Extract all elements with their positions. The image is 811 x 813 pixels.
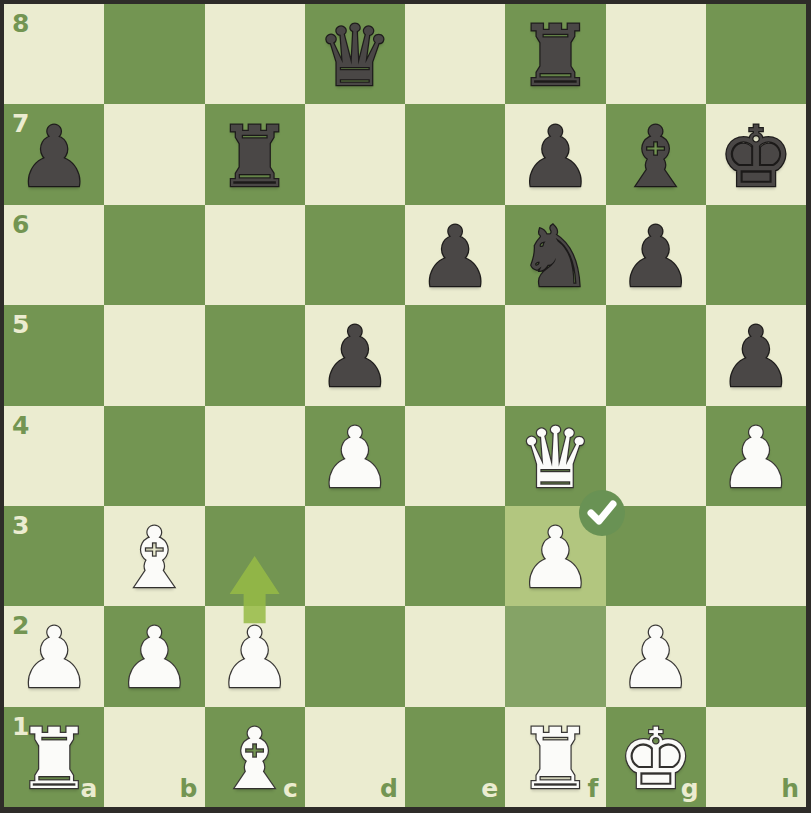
square-a2[interactable]: 2♟ (4, 606, 104, 706)
chess-board-screenshot: 8♛♜7♟♜♟♝♚6♟♞♟5♟♟4♟♛♟3♝♟2♟♟♟♟1a♜bc♝def♜g♚… (0, 0, 811, 813)
square-c2[interactable]: ♟ (205, 606, 305, 706)
square-d3[interactable] (305, 506, 405, 606)
square-g1[interactable]: g♚ (606, 707, 706, 807)
square-h8[interactable] (706, 4, 806, 104)
chess-board: 8♛♜7♟♜♟♝♚6♟♞♟5♟♟4♟♛♟3♝♟2♟♟♟♟1a♜bc♝def♜g♚… (4, 4, 806, 807)
square-d5[interactable]: ♟ (305, 305, 405, 405)
square-c1[interactable]: c♝ (205, 707, 305, 807)
file-label-b: b (180, 774, 198, 803)
square-b7[interactable] (104, 104, 204, 204)
white-pawn[interactable]: ♟ (317, 416, 392, 500)
square-a5[interactable]: 5 (4, 305, 104, 405)
square-h4[interactable]: ♟ (706, 406, 806, 506)
rank-label-4: 4 (12, 411, 29, 440)
square-e7[interactable] (405, 104, 505, 204)
square-e4[interactable] (405, 406, 505, 506)
square-d4[interactable]: ♟ (305, 406, 405, 506)
rank-label-3: 3 (12, 511, 29, 540)
square-e6[interactable]: ♟ (405, 205, 505, 305)
square-c5[interactable] (205, 305, 305, 405)
square-b1[interactable]: b (104, 707, 204, 807)
square-h6[interactable] (706, 205, 806, 305)
square-d7[interactable] (305, 104, 405, 204)
black-queen[interactable]: ♛ (317, 14, 392, 98)
black-rook[interactable]: ♜ (518, 14, 593, 98)
square-e2[interactable] (405, 606, 505, 706)
square-a8[interactable]: 8 (4, 4, 104, 104)
white-pawn[interactable]: ♟ (618, 616, 693, 700)
square-e5[interactable] (405, 305, 505, 405)
black-pawn[interactable]: ♟ (16, 115, 91, 199)
file-label-d: d (380, 774, 398, 803)
square-a6[interactable]: 6 (4, 205, 104, 305)
square-a7[interactable]: 7♟ (4, 104, 104, 204)
square-c8[interactable] (205, 4, 305, 104)
white-king[interactable]: ♚ (618, 717, 693, 801)
white-pawn[interactable]: ♟ (217, 616, 292, 700)
square-f6[interactable]: ♞ (505, 205, 605, 305)
square-b6[interactable] (104, 205, 204, 305)
white-pawn[interactable]: ♟ (718, 416, 793, 500)
square-f5[interactable] (505, 305, 605, 405)
white-pawn[interactable]: ♟ (16, 616, 91, 700)
white-bishop[interactable]: ♝ (217, 717, 292, 801)
black-pawn[interactable]: ♟ (718, 315, 793, 399)
black-rook[interactable]: ♜ (217, 115, 292, 199)
square-e8[interactable] (405, 4, 505, 104)
square-c7[interactable]: ♜ (205, 104, 305, 204)
black-bishop[interactable]: ♝ (618, 115, 693, 199)
square-g8[interactable] (606, 4, 706, 104)
rank-label-5: 5 (12, 310, 29, 339)
square-g6[interactable]: ♟ (606, 205, 706, 305)
check-icon (579, 490, 625, 536)
square-b2[interactable]: ♟ (104, 606, 204, 706)
excellent-move-badge (579, 490, 625, 536)
square-a1[interactable]: 1a♜ (4, 707, 104, 807)
black-pawn[interactable]: ♟ (417, 215, 492, 299)
square-g5[interactable] (606, 305, 706, 405)
square-a4[interactable]: 4 (4, 406, 104, 506)
black-pawn[interactable]: ♟ (618, 215, 693, 299)
black-knight[interactable]: ♞ (518, 215, 593, 299)
square-d6[interactable] (305, 205, 405, 305)
square-c6[interactable] (205, 205, 305, 305)
square-d8[interactable]: ♛ (305, 4, 405, 104)
square-f7[interactable]: ♟ (505, 104, 605, 204)
square-e1[interactable]: e (405, 707, 505, 807)
square-f2[interactable] (505, 606, 605, 706)
square-g2[interactable]: ♟ (606, 606, 706, 706)
square-b8[interactable] (104, 4, 204, 104)
white-rook[interactable]: ♜ (16, 717, 91, 801)
square-h1[interactable]: h (706, 707, 806, 807)
rank-label-8: 8 (12, 9, 29, 38)
square-g7[interactable]: ♝ (606, 104, 706, 204)
square-b4[interactable] (104, 406, 204, 506)
black-pawn[interactable]: ♟ (518, 115, 593, 199)
white-pawn[interactable]: ♟ (117, 616, 192, 700)
file-label-e: e (481, 774, 498, 803)
square-h7[interactable]: ♚ (706, 104, 806, 204)
square-f1[interactable]: f♜ (505, 707, 605, 807)
square-h5[interactable]: ♟ (706, 305, 806, 405)
square-a3[interactable]: 3 (4, 506, 104, 606)
square-e3[interactable] (405, 506, 505, 606)
black-pawn[interactable]: ♟ (317, 315, 392, 399)
square-h2[interactable] (706, 606, 806, 706)
file-label-h: h (781, 774, 799, 803)
rank-label-6: 6 (12, 210, 29, 239)
white-bishop[interactable]: ♝ (117, 516, 192, 600)
square-d2[interactable] (305, 606, 405, 706)
square-h3[interactable] (706, 506, 806, 606)
square-b5[interactable] (104, 305, 204, 405)
square-d1[interactable]: d (305, 707, 405, 807)
white-queen[interactable]: ♛ (518, 416, 593, 500)
square-f8[interactable]: ♜ (505, 4, 605, 104)
square-b3[interactable]: ♝ (104, 506, 204, 606)
square-c4[interactable] (205, 406, 305, 506)
white-rook[interactable]: ♜ (518, 717, 593, 801)
square-c3[interactable] (205, 506, 305, 606)
black-king[interactable]: ♚ (718, 115, 793, 199)
